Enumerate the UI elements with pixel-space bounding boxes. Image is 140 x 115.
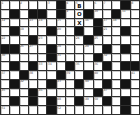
clue-number: 11 bbox=[122, 10, 126, 14]
clue-number: 52 bbox=[57, 106, 61, 110]
filled-letter: O bbox=[75, 11, 83, 17]
crossword-cell[interactable]: 1 bbox=[1, 1, 9, 9]
crossword-cell[interactable] bbox=[29, 106, 37, 114]
crossword-cell[interactable] bbox=[47, 10, 55, 18]
crossword-cell[interactable] bbox=[20, 10, 28, 18]
crossword-cell[interactable] bbox=[103, 10, 111, 18]
crossword-cell[interactable]: 47 bbox=[103, 89, 111, 97]
clue-number: 4 bbox=[66, 1, 68, 5]
crossword-cell[interactable] bbox=[1, 62, 9, 70]
crossword-cell[interactable]: 37 bbox=[1, 71, 9, 79]
crossword-cell[interactable]: 46 bbox=[38, 89, 46, 97]
clue-number: 42 bbox=[20, 80, 24, 84]
crossword-cell[interactable]: 39 bbox=[66, 71, 74, 79]
crossword-cell[interactable] bbox=[75, 106, 83, 114]
crossword-cell[interactable] bbox=[121, 19, 129, 27]
crossword-cell[interactable]: 41 bbox=[131, 71, 139, 79]
crossword-cell[interactable] bbox=[47, 19, 55, 27]
black-cell bbox=[94, 27, 102, 35]
crossword-cell[interactable]: 11 bbox=[121, 10, 129, 18]
black-cell bbox=[47, 97, 55, 105]
crossword-cell[interactable] bbox=[75, 89, 83, 97]
black-cell bbox=[47, 27, 55, 35]
crossword-cell[interactable] bbox=[47, 36, 55, 44]
black-cell bbox=[47, 45, 55, 53]
crossword-cell[interactable]: 9 bbox=[66, 10, 74, 18]
black-cell bbox=[29, 10, 37, 18]
crossword-cell[interactable]: 27 bbox=[29, 45, 37, 53]
crossword-cell[interactable] bbox=[20, 36, 28, 44]
crossword-cell[interactable] bbox=[131, 54, 139, 62]
crossword-cell[interactable] bbox=[112, 27, 120, 35]
black-cell bbox=[84, 71, 92, 79]
black-cell bbox=[75, 80, 83, 88]
crossword-cell[interactable] bbox=[66, 45, 74, 53]
crossword-cell[interactable]: 14 bbox=[38, 19, 46, 27]
clue-number: 10 bbox=[94, 10, 98, 14]
crossword-cell[interactable] bbox=[75, 45, 83, 53]
crossword-cell[interactable]: 6 bbox=[94, 1, 102, 9]
black-cell bbox=[131, 62, 139, 70]
crossword-cell[interactable] bbox=[131, 45, 139, 53]
black-cell bbox=[103, 62, 111, 70]
clue-number: 49 bbox=[85, 97, 89, 101]
crossword-cell[interactable] bbox=[131, 36, 139, 44]
crossword-cell[interactable]: 34 bbox=[47, 62, 55, 70]
black-cell bbox=[121, 97, 129, 105]
crossword-cell[interactable]: 15 bbox=[57, 19, 65, 27]
clue-number: 7 bbox=[103, 1, 105, 5]
clue-number: 12 bbox=[2, 19, 6, 23]
crossword-cell[interactable]: 29 bbox=[84, 45, 92, 53]
crossword-cell[interactable] bbox=[66, 97, 74, 105]
black-cell bbox=[57, 10, 65, 18]
black-cell bbox=[103, 97, 111, 105]
crossword-cell[interactable] bbox=[84, 89, 92, 97]
crossword-cell[interactable] bbox=[84, 62, 92, 70]
clue-number: 26 bbox=[20, 45, 24, 49]
clue-number: 3 bbox=[48, 1, 50, 5]
crossword-cell[interactable] bbox=[10, 54, 18, 62]
crossword-cell[interactable] bbox=[38, 54, 46, 62]
crossword-cell[interactable] bbox=[20, 19, 28, 27]
black-cell bbox=[29, 62, 37, 70]
crossword-cell[interactable] bbox=[20, 62, 28, 70]
black-cell bbox=[75, 27, 83, 35]
crossword-cell[interactable]: 13 bbox=[29, 19, 37, 27]
crossword-cell[interactable] bbox=[121, 36, 129, 44]
clue-number: 38 bbox=[29, 71, 33, 75]
crossword-cell[interactable] bbox=[66, 27, 74, 35]
crossword-cell[interactable] bbox=[66, 106, 74, 114]
crossword-cell[interactable] bbox=[112, 62, 120, 70]
crossword-cell[interactable]: 49 bbox=[84, 97, 92, 105]
crossword-cell[interactable] bbox=[20, 54, 28, 62]
crossword-cell[interactable] bbox=[84, 54, 92, 62]
crossword-cell[interactable] bbox=[10, 36, 18, 44]
clue-number: 33 bbox=[39, 62, 43, 66]
crossword-cell[interactable] bbox=[75, 71, 83, 79]
crossword-cell[interactable] bbox=[57, 36, 65, 44]
crossword-cell[interactable] bbox=[57, 62, 65, 70]
black-cell bbox=[20, 71, 28, 79]
crossword-cell[interactable] bbox=[103, 71, 111, 79]
clue-number: 50 bbox=[94, 97, 98, 101]
crossword-cell[interactable]: 25 bbox=[94, 36, 102, 44]
crossword-cell[interactable] bbox=[38, 80, 46, 88]
crossword-cell[interactable] bbox=[10, 1, 18, 9]
crossword-cell[interactable] bbox=[75, 54, 83, 62]
black-cell bbox=[121, 45, 129, 53]
black-cell bbox=[121, 80, 129, 88]
clue-number: 36 bbox=[94, 62, 98, 66]
crossword-cell[interactable] bbox=[112, 106, 120, 114]
crossword-cell[interactable] bbox=[29, 54, 37, 62]
crossword-cell[interactable] bbox=[66, 80, 74, 88]
clue-number: 31 bbox=[57, 54, 61, 58]
crossword-cell[interactable] bbox=[121, 54, 129, 62]
crossword-cell[interactable] bbox=[38, 106, 46, 114]
crossword-cell[interactable] bbox=[1, 97, 9, 105]
clue-number: 16 bbox=[85, 19, 89, 23]
crossword-cell[interactable] bbox=[66, 54, 74, 62]
crossword-cell[interactable] bbox=[112, 1, 120, 9]
black-cell bbox=[47, 80, 55, 88]
crossword-cell[interactable]: 38 bbox=[29, 71, 37, 79]
crossword-cell[interactable]: 32 bbox=[103, 54, 111, 62]
clue-number: 30 bbox=[2, 54, 6, 58]
crossword-cell[interactable] bbox=[131, 80, 139, 88]
crossword-cell[interactable] bbox=[29, 27, 37, 35]
clue-number: 1 bbox=[2, 1, 4, 5]
crossword-cell[interactable] bbox=[131, 19, 139, 27]
black-cell bbox=[75, 97, 83, 105]
clue-number: 48 bbox=[57, 97, 61, 101]
crossword-cell[interactable] bbox=[112, 54, 120, 62]
clue-number: 40 bbox=[94, 71, 98, 75]
black-cell bbox=[84, 36, 92, 44]
crossword-cell[interactable] bbox=[66, 36, 74, 44]
crossword-cell[interactable]: 51 bbox=[1, 106, 9, 114]
black-cell bbox=[121, 106, 129, 114]
crossword-cell[interactable]: 52 bbox=[57, 106, 65, 114]
crossword-cell[interactable] bbox=[131, 97, 139, 105]
crossword-cell[interactable]: 44 bbox=[84, 80, 92, 88]
crossword-cell[interactable]: 31 bbox=[57, 54, 65, 62]
clue-number: 14 bbox=[39, 19, 43, 23]
clue-number: 20 bbox=[57, 27, 61, 31]
black-cell bbox=[10, 10, 18, 18]
crossword-cell[interactable] bbox=[121, 71, 129, 79]
crossword-cell[interactable] bbox=[112, 97, 120, 105]
black-cell bbox=[66, 62, 74, 70]
crossword-cell[interactable] bbox=[10, 71, 18, 79]
crossword-cell[interactable]: 17 bbox=[103, 19, 111, 27]
crossword-cell[interactable] bbox=[29, 80, 37, 88]
crossword-cell[interactable] bbox=[1, 10, 9, 18]
crossword-cell[interactable] bbox=[112, 80, 120, 88]
crossword-cell[interactable]: O bbox=[75, 10, 83, 18]
black-cell bbox=[121, 27, 129, 35]
crossword-cell[interactable] bbox=[10, 89, 18, 97]
clue-number: 9 bbox=[66, 10, 68, 14]
crossword-cell[interactable] bbox=[38, 27, 46, 35]
crossword-cell[interactable] bbox=[66, 19, 74, 27]
crossword-cell[interactable] bbox=[131, 27, 139, 35]
crossword-cell[interactable] bbox=[10, 19, 18, 27]
crossword-cell[interactable] bbox=[38, 97, 46, 105]
crossword-cell[interactable]: 50 bbox=[94, 97, 102, 105]
crossword-cell[interactable]: 40 bbox=[94, 71, 102, 79]
clue-number: 39 bbox=[66, 71, 70, 75]
crossword-cell[interactable]: 28 bbox=[57, 45, 65, 53]
crossword-cell[interactable]: 35 bbox=[75, 62, 83, 70]
crossword-cell[interactable] bbox=[84, 27, 92, 35]
crossword-cell[interactable] bbox=[103, 106, 111, 114]
crossword-cell[interactable]: 2 bbox=[20, 1, 28, 9]
black-cell bbox=[10, 62, 18, 70]
clue-number: 21 bbox=[103, 27, 107, 31]
crossword-cell[interactable] bbox=[38, 71, 46, 79]
crossword-cell[interactable]: 8 bbox=[131, 1, 139, 9]
black-cell bbox=[112, 10, 120, 18]
clue-number: 23 bbox=[39, 36, 43, 40]
black-cell bbox=[103, 80, 111, 88]
clue-number: 47 bbox=[103, 89, 107, 93]
crossword-cell[interactable]: 45 bbox=[1, 89, 9, 97]
crossword-cell[interactable] bbox=[84, 106, 92, 114]
crossword-cell[interactable] bbox=[112, 36, 120, 44]
clue-number: 32 bbox=[103, 54, 107, 58]
black-cell bbox=[29, 97, 37, 105]
crossword-cell[interactable]: 12 bbox=[1, 19, 9, 27]
black-cell bbox=[121, 62, 129, 70]
clue-number: 43 bbox=[57, 80, 61, 84]
crossword-cell[interactable]: 10 bbox=[94, 10, 102, 18]
crossword-cell[interactable] bbox=[112, 45, 120, 53]
crossword-cell[interactable] bbox=[29, 1, 37, 9]
crossword-cell[interactable] bbox=[38, 1, 46, 9]
crossword-cell[interactable] bbox=[131, 106, 139, 114]
crossword-cell[interactable] bbox=[20, 97, 28, 105]
clue-number: 44 bbox=[85, 80, 89, 84]
crossword-cell[interactable] bbox=[84, 1, 92, 9]
crossword-cell[interactable]: 22 bbox=[1, 36, 9, 44]
black-cell bbox=[10, 27, 18, 35]
clue-number: 51 bbox=[2, 106, 6, 110]
crossword-cell[interactable] bbox=[66, 89, 74, 97]
black-cell bbox=[57, 71, 65, 79]
clue-number: 2 bbox=[20, 1, 22, 5]
clue-number: 6 bbox=[94, 1, 96, 5]
black-cell bbox=[47, 106, 55, 114]
crossword-grid: 12345B6789O101112131415X1617181920212223… bbox=[0, 0, 140, 115]
clue-number: 27 bbox=[29, 45, 33, 49]
clue-number: 29 bbox=[85, 45, 89, 49]
filled-letter: X bbox=[75, 20, 83, 26]
clue-number: 15 bbox=[57, 19, 61, 23]
crossword-cell[interactable] bbox=[1, 27, 9, 35]
crossword-cell[interactable]: 19 bbox=[20, 27, 28, 35]
clue-number: 35 bbox=[76, 62, 80, 66]
crossword-cell[interactable]: 18 bbox=[112, 19, 120, 27]
black-cell bbox=[47, 54, 55, 62]
crossword-cell[interactable]: 26 bbox=[20, 45, 28, 53]
black-cell bbox=[1, 45, 9, 53]
crossword-cell[interactable]: 3 bbox=[47, 1, 55, 9]
crossword-cell[interactable]: 21 bbox=[103, 27, 111, 35]
crossword-cell[interactable] bbox=[38, 45, 46, 53]
black-cell bbox=[29, 36, 37, 44]
filled-letter: B bbox=[75, 3, 83, 9]
black-cell bbox=[84, 10, 92, 18]
black-cell bbox=[10, 45, 18, 53]
clue-number: 25 bbox=[94, 36, 98, 40]
clue-number: 19 bbox=[20, 27, 24, 31]
crossword-cell[interactable] bbox=[10, 106, 18, 114]
clue-number: 34 bbox=[48, 62, 52, 66]
black-cell bbox=[10, 80, 18, 88]
crossword-cell[interactable] bbox=[131, 10, 139, 18]
crossword-cell[interactable]: X bbox=[75, 19, 83, 27]
black-cell bbox=[94, 54, 102, 62]
crossword-cell[interactable] bbox=[20, 106, 28, 114]
black-cell bbox=[94, 19, 102, 27]
crossword-cell[interactable] bbox=[131, 89, 139, 97]
crossword-cell[interactable]: 48 bbox=[57, 97, 65, 105]
clue-number: 13 bbox=[29, 19, 33, 23]
clue-number: 45 bbox=[2, 89, 6, 93]
black-cell bbox=[103, 45, 111, 53]
black-cell bbox=[94, 89, 102, 97]
clue-number: 41 bbox=[131, 71, 135, 75]
crossword-cell[interactable] bbox=[121, 89, 129, 97]
clue-number: 17 bbox=[103, 19, 107, 23]
clue-number: 24 bbox=[76, 36, 80, 40]
crossword-cell[interactable]: 20 bbox=[57, 27, 65, 35]
black-cell bbox=[38, 10, 46, 18]
clue-number: 18 bbox=[113, 19, 117, 23]
clue-number: 28 bbox=[57, 45, 61, 49]
crossword-cell[interactable]: 43 bbox=[57, 80, 65, 88]
crossword-cell[interactable] bbox=[47, 89, 55, 97]
crossword-cell[interactable] bbox=[57, 89, 65, 97]
crossword-cell[interactable]: 30 bbox=[1, 54, 9, 62]
black-cell bbox=[121, 1, 129, 9]
crossword-cell[interactable] bbox=[47, 71, 55, 79]
crossword-cell[interactable]: 7 bbox=[103, 1, 111, 9]
clue-number: 22 bbox=[2, 36, 6, 40]
crossword-cell[interactable]: 5B bbox=[75, 1, 83, 9]
crossword-cell[interactable] bbox=[1, 80, 9, 88]
crossword-cell[interactable]: 33 bbox=[38, 62, 46, 70]
black-cell bbox=[29, 89, 37, 97]
crossword-cell[interactable] bbox=[94, 45, 102, 53]
crossword-cell[interactable]: 16 bbox=[84, 19, 92, 27]
crossword-cell[interactable] bbox=[112, 89, 120, 97]
crossword-cell[interactable]: 23 bbox=[38, 36, 46, 44]
crossword-cell[interactable] bbox=[103, 36, 111, 44]
crossword-cell[interactable]: 42 bbox=[20, 80, 28, 88]
crossword-cell[interactable] bbox=[94, 106, 102, 114]
crossword-cell[interactable] bbox=[112, 71, 120, 79]
crossword-cell[interactable]: 36 bbox=[94, 62, 102, 70]
crossword-cell[interactable] bbox=[94, 80, 102, 88]
black-cell bbox=[57, 1, 65, 9]
crossword-cell[interactable]: 24 bbox=[75, 36, 83, 44]
clue-number: 46 bbox=[39, 89, 43, 93]
black-cell bbox=[10, 97, 18, 105]
clue-number: 37 bbox=[2, 71, 6, 75]
crossword-cell[interactable]: 4 bbox=[66, 1, 74, 9]
clue-number: 8 bbox=[131, 1, 133, 5]
crossword-cell[interactable] bbox=[20, 89, 28, 97]
